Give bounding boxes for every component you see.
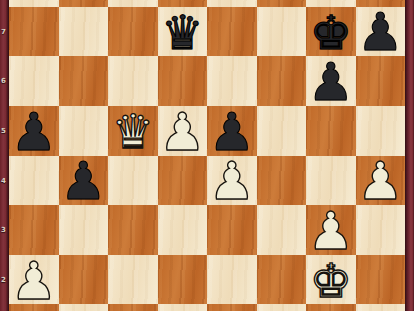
rank-label-7: 7 <box>0 28 7 35</box>
square-b4: ♟︎ <box>59 156 109 206</box>
square-f5 <box>257 106 307 156</box>
square-h1 <box>356 304 406 311</box>
piece-black-pawn-b4: ♟︎ <box>60 155 107 207</box>
square-e8 <box>207 0 257 7</box>
square-g6: ♟︎ <box>306 56 356 106</box>
square-c6 <box>108 56 158 106</box>
square-a4 <box>9 156 59 206</box>
chess-board: ♛︎♚︎♟︎♟︎♟︎♛︎♟︎♟︎♟︎♟︎♟︎♟︎♟︎♚︎ <box>9 0 405 311</box>
square-d2 <box>158 255 208 305</box>
square-e7 <box>207 7 257 57</box>
piece-white-pawn-g3: ♟︎ <box>307 205 354 257</box>
square-f6 <box>257 56 307 106</box>
square-h5 <box>356 106 406 156</box>
square-f8 <box>257 0 307 7</box>
square-f2 <box>257 255 307 305</box>
square-f3 <box>257 205 307 255</box>
square-g4 <box>306 156 356 206</box>
square-f1 <box>257 304 307 311</box>
square-d4 <box>158 156 208 206</box>
square-c4 <box>108 156 158 206</box>
square-h4: ♟︎ <box>356 156 406 206</box>
piece-white-queen-c5: ♛︎ <box>112 108 154 155</box>
board-clip: ♛︎♚︎♟︎♟︎♟︎♛︎♟︎♟︎♟︎♟︎♟︎♟︎♟︎♚︎ <box>9 0 405 311</box>
square-c7 <box>108 7 158 57</box>
piece-black-pawn-a5: ♟︎ <box>10 106 57 158</box>
square-b2 <box>59 255 109 305</box>
square-c3 <box>108 205 158 255</box>
square-a3 <box>9 205 59 255</box>
square-d3 <box>158 205 208 255</box>
square-h7: ♟︎ <box>356 7 406 57</box>
square-a8 <box>9 0 59 7</box>
square-e1 <box>207 304 257 311</box>
rank-label-4: 4 <box>0 177 7 184</box>
piece-white-pawn-d5: ♟︎ <box>159 106 206 158</box>
square-f4 <box>257 156 307 206</box>
square-g7: ♚︎ <box>306 7 356 57</box>
square-e2 <box>207 255 257 305</box>
square-b1 <box>59 304 109 311</box>
piece-black-queen-d7: ♛︎ <box>161 9 203 56</box>
square-b6 <box>59 56 109 106</box>
square-d1 <box>158 304 208 311</box>
board-right-border <box>405 0 414 311</box>
square-c2 <box>108 255 158 305</box>
rank-label-5: 5 <box>0 128 7 135</box>
square-e3 <box>207 205 257 255</box>
square-a5: ♟︎ <box>9 106 59 156</box>
square-c5: ♛︎ <box>108 106 158 156</box>
rank-label-3: 3 <box>0 227 7 234</box>
piece-white-pawn-h4: ♟︎ <box>357 155 404 207</box>
square-e4: ♟︎ <box>207 156 257 206</box>
square-g2: ♚︎ <box>306 255 356 305</box>
square-d7: ♛︎ <box>158 7 208 57</box>
square-d5: ♟︎ <box>158 106 208 156</box>
square-e5: ♟︎ <box>207 106 257 156</box>
square-e6 <box>207 56 257 106</box>
square-a7 <box>9 7 59 57</box>
piece-white-king-g2: ♚︎ <box>310 257 352 304</box>
square-d6 <box>158 56 208 106</box>
square-b8 <box>59 0 109 7</box>
square-b5 <box>59 106 109 156</box>
square-h2 <box>356 255 406 305</box>
chess-diagram: 765432 ♛︎♚︎♟︎♟︎♟︎♛︎♟︎♟︎♟︎♟︎♟︎♟︎♟︎♚︎ <box>0 0 414 311</box>
piece-white-pawn-a2: ♟︎ <box>10 255 57 307</box>
square-a2: ♟︎ <box>9 255 59 305</box>
square-f7 <box>257 7 307 57</box>
square-h6 <box>356 56 406 106</box>
piece-black-king-g7: ♚︎ <box>310 9 352 56</box>
piece-black-pawn-e5: ♟︎ <box>208 106 255 158</box>
piece-white-pawn-e4: ♟︎ <box>208 155 255 207</box>
square-g3: ♟︎ <box>306 205 356 255</box>
square-c1 <box>108 304 158 311</box>
square-c8 <box>108 0 158 7</box>
board-left-border: 765432 <box>0 0 9 311</box>
square-b7 <box>59 7 109 57</box>
square-g5 <box>306 106 356 156</box>
square-a6 <box>9 56 59 106</box>
square-h3 <box>356 205 406 255</box>
rank-label-6: 6 <box>0 78 7 85</box>
piece-black-pawn-g6: ♟︎ <box>307 56 354 108</box>
square-b3 <box>59 205 109 255</box>
rank-label-2: 2 <box>0 276 7 283</box>
piece-black-pawn-h7: ♟︎ <box>357 6 404 58</box>
